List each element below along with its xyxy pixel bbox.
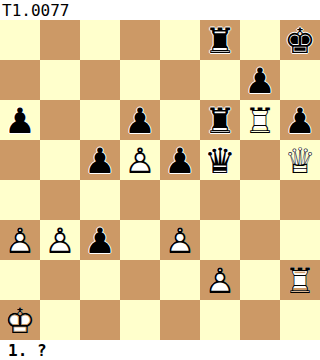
square-g5[interactable] (240, 140, 280, 180)
square-g1[interactable] (240, 300, 280, 340)
black-pawn: ♟ (120, 100, 160, 140)
square-g8[interactable] (240, 20, 280, 60)
square-c8[interactable] (80, 20, 120, 60)
square-b2[interactable] (40, 260, 80, 300)
square-e5[interactable]: ♟ (160, 140, 200, 180)
square-b6[interactable] (40, 100, 80, 140)
move-prompt: 1. ? (8, 341, 47, 360)
black-pawn: ♟ (160, 140, 200, 180)
square-f5[interactable]: ♛ (200, 140, 240, 180)
square-b1[interactable] (40, 300, 80, 340)
diagram-footer: 1. ? (0, 340, 320, 360)
square-a5[interactable] (0, 140, 40, 180)
chess-board: ♜♚♟♟♟♜♜♖♟♟♟♙♟♛♛♕♟♙♟♙♟♟♙♟♙♜♖♚♔ (0, 20, 320, 340)
square-g4[interactable] (240, 180, 280, 220)
white-pawn: ♟♙ (120, 140, 160, 180)
square-f7[interactable] (200, 60, 240, 100)
square-a6[interactable]: ♟ (0, 100, 40, 140)
square-h1[interactable] (280, 300, 320, 340)
square-b3[interactable]: ♟♙ (40, 220, 80, 260)
square-c6[interactable] (80, 100, 120, 140)
square-a2[interactable] (0, 260, 40, 300)
square-d2[interactable] (120, 260, 160, 300)
black-queen: ♛ (200, 140, 240, 180)
white-king: ♚♔ (0, 300, 40, 340)
square-f1[interactable] (200, 300, 240, 340)
diagram-header: T1.0077 (0, 0, 320, 20)
square-c1[interactable] (80, 300, 120, 340)
square-e3[interactable]: ♟♙ (160, 220, 200, 260)
square-e2[interactable] (160, 260, 200, 300)
square-a4[interactable] (0, 180, 40, 220)
square-c7[interactable] (80, 60, 120, 100)
black-king: ♚ (280, 20, 320, 60)
square-e1[interactable] (160, 300, 200, 340)
square-d6[interactable]: ♟ (120, 100, 160, 140)
white-pawn: ♟♙ (40, 220, 80, 260)
black-rook: ♜ (200, 100, 240, 140)
square-g7[interactable]: ♟ (240, 60, 280, 100)
black-pawn: ♟ (80, 220, 120, 260)
diagram-title: T1.0077 (2, 1, 69, 20)
white-queen: ♛♕ (280, 140, 320, 180)
square-e7[interactable] (160, 60, 200, 100)
square-d1[interactable] (120, 300, 160, 340)
square-a8[interactable] (0, 20, 40, 60)
square-f6[interactable]: ♜ (200, 100, 240, 140)
square-c4[interactable] (80, 180, 120, 220)
white-pawn: ♟♙ (160, 220, 200, 260)
square-g3[interactable] (240, 220, 280, 260)
black-pawn: ♟ (240, 60, 280, 100)
square-d5[interactable]: ♟♙ (120, 140, 160, 180)
square-a7[interactable] (0, 60, 40, 100)
square-c3[interactable]: ♟ (80, 220, 120, 260)
square-h8[interactable]: ♚ (280, 20, 320, 60)
black-pawn: ♟ (280, 100, 320, 140)
square-h7[interactable] (280, 60, 320, 100)
square-h2[interactable]: ♜♖ (280, 260, 320, 300)
square-g2[interactable] (240, 260, 280, 300)
square-h5[interactable]: ♛♕ (280, 140, 320, 180)
square-a3[interactable]: ♟♙ (0, 220, 40, 260)
square-f3[interactable] (200, 220, 240, 260)
square-f8[interactable]: ♜ (200, 20, 240, 60)
white-rook: ♜♖ (280, 260, 320, 300)
square-c2[interactable] (80, 260, 120, 300)
square-g6[interactable]: ♜♖ (240, 100, 280, 140)
square-d8[interactable] (120, 20, 160, 60)
square-d4[interactable] (120, 180, 160, 220)
square-h4[interactable] (280, 180, 320, 220)
square-d3[interactable] (120, 220, 160, 260)
square-c5[interactable]: ♟ (80, 140, 120, 180)
square-e8[interactable] (160, 20, 200, 60)
square-h3[interactable] (280, 220, 320, 260)
square-e4[interactable] (160, 180, 200, 220)
square-b5[interactable] (40, 140, 80, 180)
white-rook: ♜♖ (240, 100, 280, 140)
square-f4[interactable] (200, 180, 240, 220)
square-h6[interactable]: ♟ (280, 100, 320, 140)
white-pawn: ♟♙ (0, 220, 40, 260)
square-b4[interactable] (40, 180, 80, 220)
square-b8[interactable] (40, 20, 80, 60)
square-b7[interactable] (40, 60, 80, 100)
square-e6[interactable] (160, 100, 200, 140)
black-pawn: ♟ (0, 100, 40, 140)
square-f2[interactable]: ♟♙ (200, 260, 240, 300)
square-d7[interactable] (120, 60, 160, 100)
black-pawn: ♟ (80, 140, 120, 180)
square-a1[interactable]: ♚♔ (0, 300, 40, 340)
white-pawn: ♟♙ (200, 260, 240, 300)
black-rook: ♜ (200, 20, 240, 60)
